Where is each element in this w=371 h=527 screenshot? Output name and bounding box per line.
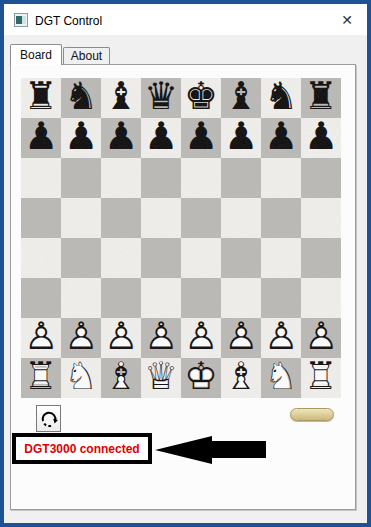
square-c3 (101, 278, 141, 318)
piece-black-queen: ♛ (141, 78, 181, 118)
square-c2: ♟♙ (101, 318, 141, 358)
square-h1: ♜♖ (301, 358, 341, 398)
square-c4 (101, 238, 141, 278)
square-h6 (301, 158, 341, 198)
square-a6 (21, 158, 61, 198)
piece-black-pawn: ♟ (141, 118, 181, 158)
square-e3 (181, 278, 221, 318)
status-text: DGT3000 connected (24, 442, 139, 456)
piece-black-bishop: ♝ (221, 78, 261, 118)
piece-white-bishop: ♝♗ (101, 358, 141, 398)
piece-white-pawn: ♟♙ (181, 318, 221, 358)
square-d3 (141, 278, 181, 318)
square-g2: ♟♙ (261, 318, 301, 358)
piece-white-pawn: ♟♙ (301, 318, 341, 358)
square-a1: ♜♖ (21, 358, 61, 398)
square-a8: ♜ (21, 78, 61, 118)
piece-black-pawn: ♟ (221, 118, 261, 158)
piece-white-knight: ♞♘ (61, 358, 101, 398)
square-b1: ♞♘ (61, 358, 101, 398)
square-a4 (21, 238, 61, 278)
square-f2: ♟♙ (221, 318, 261, 358)
square-d2: ♟♙ (141, 318, 181, 358)
square-a3 (21, 278, 61, 318)
square-g3 (261, 278, 301, 318)
piece-black-pawn: ♟ (301, 118, 341, 158)
square-b7: ♟ (61, 118, 101, 158)
square-h5 (301, 198, 341, 238)
square-a2: ♟♙ (21, 318, 61, 358)
piece-black-knight: ♞ (61, 78, 101, 118)
square-g7: ♟ (261, 118, 301, 158)
square-e4 (181, 238, 221, 278)
square-d5 (141, 198, 181, 238)
square-e8: ♚ (181, 78, 221, 118)
square-c7: ♟ (101, 118, 141, 158)
square-c1: ♝♗ (101, 358, 141, 398)
square-c8: ♝ (101, 78, 141, 118)
piece-white-rook: ♜♖ (21, 358, 61, 398)
square-d4 (141, 238, 181, 278)
square-g1: ♞♘ (261, 358, 301, 398)
piece-white-pawn: ♟♙ (21, 318, 61, 358)
piece-black-pawn: ♟ (61, 118, 101, 158)
piece-black-pawn: ♟ (21, 118, 61, 158)
square-h4 (301, 238, 341, 278)
square-b6 (61, 158, 101, 198)
piece-black-pawn: ♟ (101, 118, 141, 158)
piece-black-pawn: ♟ (181, 118, 221, 158)
square-g4 (261, 238, 301, 278)
square-d1: ♛♕ (141, 358, 181, 398)
square-a5 (21, 198, 61, 238)
piece-white-pawn: ♟♙ (101, 318, 141, 358)
square-a7: ♟ (21, 118, 61, 158)
square-e7: ♟ (181, 118, 221, 158)
piece-white-pawn: ♟♙ (221, 318, 261, 358)
square-g8: ♞ (261, 78, 301, 118)
square-b5 (61, 198, 101, 238)
square-e2: ♟♙ (181, 318, 221, 358)
square-f7: ♟ (221, 118, 261, 158)
square-b3 (61, 278, 101, 318)
piece-black-rook: ♜ (21, 78, 61, 118)
chess-board: ♜♞♝♛♚♝♞♜♟♟♟♟♟♟♟♟♟♙♟♙♟♙♟♙♟♙♟♙♟♙♟♙♜♖♞♘♝♗♛♕… (21, 78, 341, 398)
status-box: DGT3000 connected (12, 433, 152, 464)
square-g5 (261, 198, 301, 238)
refresh-icon (40, 409, 58, 429)
dgt-control-window: DGT Control ✕ Board About ♜♞♝♛♚♝♞♜♟♟♟♟♟♟… (0, 0, 371, 527)
piece-white-pawn: ♟♙ (61, 318, 101, 358)
square-b4 (61, 238, 101, 278)
square-d7: ♟ (141, 118, 181, 158)
piece-black-bishop: ♝ (101, 78, 141, 118)
piece-black-king: ♚ (181, 78, 221, 118)
square-f8: ♝ (221, 78, 261, 118)
square-f4 (221, 238, 261, 278)
title-bar: DGT Control ✕ (4, 4, 367, 35)
refresh-button[interactable] (36, 405, 61, 432)
piece-white-pawn: ♟♙ (141, 318, 181, 358)
piece-white-bishop: ♝♗ (221, 358, 261, 398)
annotation-arrow-left-icon (150, 430, 270, 470)
tab-about[interactable]: About (63, 47, 110, 64)
square-h3 (301, 278, 341, 318)
square-f6 (221, 158, 261, 198)
piece-black-pawn: ♟ (261, 118, 301, 158)
square-f3 (221, 278, 261, 318)
piece-white-rook: ♜♖ (301, 358, 341, 398)
square-c5 (101, 198, 141, 238)
square-g6 (261, 158, 301, 198)
close-button[interactable]: ✕ (336, 9, 358, 31)
square-d8: ♛ (141, 78, 181, 118)
square-c6 (101, 158, 141, 198)
square-f5 (221, 198, 261, 238)
piece-white-pawn: ♟♙ (261, 318, 301, 358)
piece-white-queen: ♛♕ (141, 358, 181, 398)
window-title: DGT Control (35, 14, 102, 28)
square-f1: ♝♗ (221, 358, 261, 398)
square-h2: ♟♙ (301, 318, 341, 358)
square-e6 (181, 158, 221, 198)
square-b2: ♟♙ (61, 318, 101, 358)
app-icon (14, 13, 28, 27)
square-b8: ♞ (61, 78, 101, 118)
piece-black-rook: ♜ (301, 78, 341, 118)
square-e1: ♚♔ (181, 358, 221, 398)
dgt-clock-lever (290, 408, 334, 421)
square-h8: ♜ (301, 78, 341, 118)
piece-black-knight: ♞ (261, 78, 301, 118)
square-e5 (181, 198, 221, 238)
square-h7: ♟ (301, 118, 341, 158)
square-d6 (141, 158, 181, 198)
piece-white-king: ♚♔ (181, 358, 221, 398)
tab-board[interactable]: Board (10, 44, 62, 65)
piece-white-knight: ♞♘ (261, 358, 301, 398)
